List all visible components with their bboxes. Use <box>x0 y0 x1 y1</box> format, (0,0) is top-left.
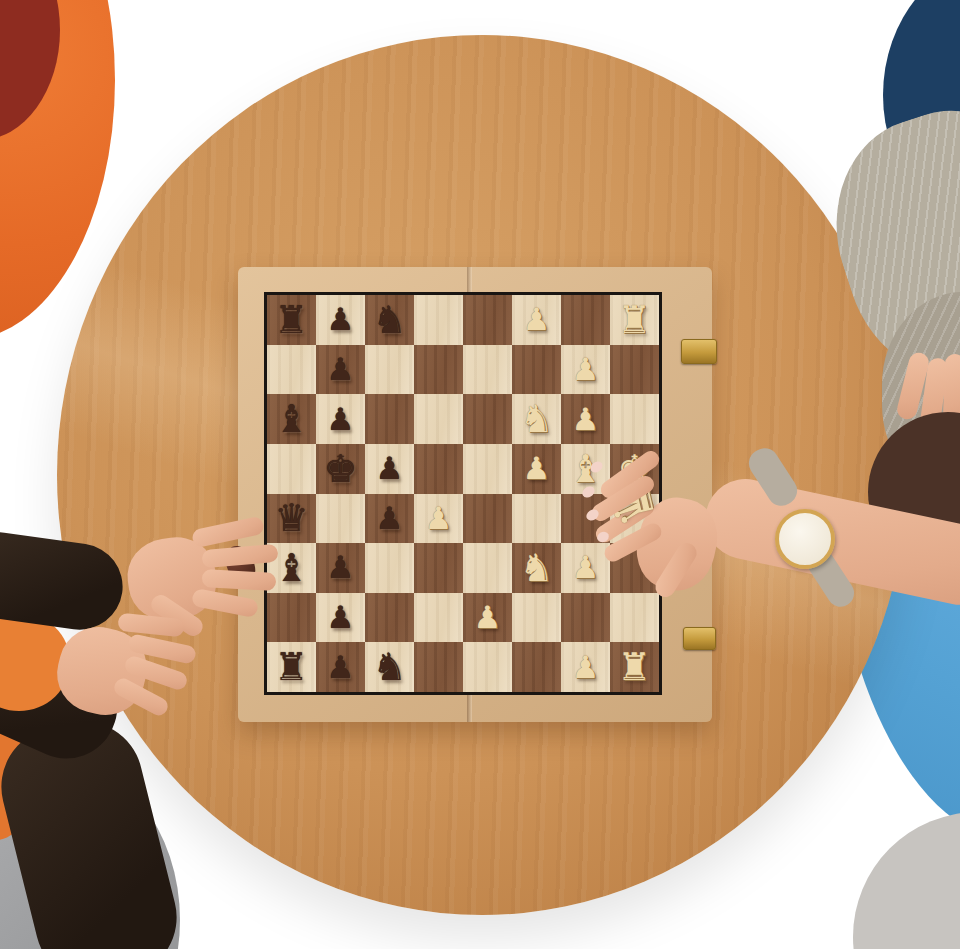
white-knight-f3[interactable]: ♞ <box>519 400 553 438</box>
square-c6[interactable] <box>365 543 414 593</box>
square-d6[interactable]: ♟ <box>365 494 414 544</box>
square-h7[interactable]: ♟ <box>316 295 365 345</box>
square-b5[interactable] <box>414 593 463 643</box>
white-pawn-e3[interactable]: ♟ <box>523 453 551 484</box>
square-h2[interactable] <box>561 295 610 345</box>
square-a2[interactable]: ♟ <box>561 642 610 692</box>
square-d7[interactable] <box>316 494 365 544</box>
square-e6[interactable]: ♟ <box>365 444 414 494</box>
black-knight-h6[interactable]: ♞ <box>372 301 406 339</box>
square-h8[interactable]: ♜ <box>267 295 316 345</box>
square-b4[interactable]: ♟ <box>463 593 512 643</box>
black-pawn-d6[interactable]: ♟ <box>376 503 404 534</box>
square-a8[interactable]: ♜ <box>267 642 316 692</box>
square-f1[interactable] <box>610 394 659 444</box>
square-a6[interactable]: ♞ <box>365 642 414 692</box>
white-rook-a1[interactable]: ♜ <box>617 648 651 686</box>
square-b1[interactable] <box>610 593 659 643</box>
square-c3[interactable]: ♞ <box>512 543 561 593</box>
square-g7[interactable]: ♟ <box>316 345 365 395</box>
square-f2[interactable]: ♟ <box>561 394 610 444</box>
square-d8[interactable]: ♛ <box>267 494 316 544</box>
white-rook-h1[interactable]: ♜ <box>617 301 651 339</box>
black-rook-h8[interactable]: ♜ <box>274 301 308 339</box>
square-f8[interactable]: ♝ <box>267 394 316 444</box>
white-pawn-b4[interactable]: ♟ <box>474 602 502 633</box>
square-f5[interactable] <box>414 394 463 444</box>
square-f7[interactable]: ♟ <box>316 394 365 444</box>
square-d5[interactable]: ♟ <box>414 494 463 544</box>
white-pawn-f2[interactable]: ♟ <box>572 404 600 435</box>
square-h1[interactable]: ♜ <box>610 295 659 345</box>
white-knight-c3[interactable]: ♞ <box>519 549 553 587</box>
square-e3[interactable]: ♟ <box>512 444 561 494</box>
square-g4[interactable] <box>463 345 512 395</box>
square-h6[interactable]: ♞ <box>365 295 414 345</box>
square-g5[interactable] <box>414 345 463 395</box>
black-pawn-e6[interactable]: ♟ <box>376 453 404 484</box>
square-g6[interactable] <box>365 345 414 395</box>
square-c7[interactable]: ♟ <box>316 543 365 593</box>
square-a1[interactable]: ♜ <box>610 642 659 692</box>
white-pawn-d5[interactable]: ♟ <box>425 503 453 534</box>
black-queen-d8[interactable]: ♛ <box>274 499 308 537</box>
board-clasp-icon <box>683 627 716 650</box>
square-a7[interactable]: ♟ <box>316 642 365 692</box>
black-knight-a6[interactable]: ♞ <box>372 648 406 686</box>
square-e8[interactable] <box>267 444 316 494</box>
square-h5[interactable] <box>414 295 463 345</box>
scene: ♜♟♞♟♜♟♟♝♟♞♟♚♟♟♝♚♛♟♟♝♟♞♟♟♟♜♟♞♟♜ ♛ <box>0 0 960 949</box>
square-a5[interactable] <box>414 642 463 692</box>
black-rook-a8[interactable]: ♜ <box>274 648 308 686</box>
square-c4[interactable] <box>463 543 512 593</box>
black-pawn-b7[interactable]: ♟ <box>327 602 355 633</box>
square-g2[interactable]: ♟ <box>561 345 610 395</box>
square-c5[interactable] <box>414 543 463 593</box>
square-a3[interactable] <box>512 642 561 692</box>
square-f3[interactable]: ♞ <box>512 394 561 444</box>
white-pawn-a2[interactable]: ♟ <box>572 652 600 683</box>
square-b7[interactable]: ♟ <box>316 593 365 643</box>
black-pawn-h7[interactable]: ♟ <box>327 304 355 335</box>
white-pawn-g2[interactable]: ♟ <box>572 354 600 385</box>
square-b6[interactable] <box>365 593 414 643</box>
square-b8[interactable] <box>267 593 316 643</box>
square-g1[interactable] <box>610 345 659 395</box>
square-a4[interactable] <box>463 642 512 692</box>
square-h3[interactable]: ♟ <box>512 295 561 345</box>
white-pawn-h3[interactable]: ♟ <box>523 304 551 335</box>
wrist-watch <box>775 509 835 569</box>
gray-floor-cushion <box>853 812 960 949</box>
square-e5[interactable] <box>414 444 463 494</box>
square-e7[interactable]: ♚ <box>316 444 365 494</box>
black-pawn-c7[interactable]: ♟ <box>327 552 355 583</box>
black-pawn-g7[interactable]: ♟ <box>327 354 355 385</box>
black-pawn-a7[interactable]: ♟ <box>327 652 355 683</box>
square-g3[interactable] <box>512 345 561 395</box>
square-e4[interactable] <box>463 444 512 494</box>
black-bishop-f8[interactable]: ♝ <box>274 400 308 438</box>
black-bishop-c8[interactable]: ♝ <box>274 549 308 587</box>
square-f4[interactable] <box>463 394 512 444</box>
square-b2[interactable] <box>561 593 610 643</box>
black-king-e7[interactable]: ♚ <box>323 450 357 488</box>
square-f6[interactable] <box>365 394 414 444</box>
square-d3[interactable] <box>512 494 561 544</box>
square-b3[interactable] <box>512 593 561 643</box>
square-d4[interactable] <box>463 494 512 544</box>
black-pawn-f7[interactable]: ♟ <box>327 404 355 435</box>
white-pawn-c2[interactable]: ♟ <box>572 552 600 583</box>
left-player-finger <box>202 569 277 591</box>
square-h4[interactable] <box>463 295 512 345</box>
board-clasp-icon <box>681 339 717 364</box>
square-g8[interactable] <box>267 345 316 395</box>
